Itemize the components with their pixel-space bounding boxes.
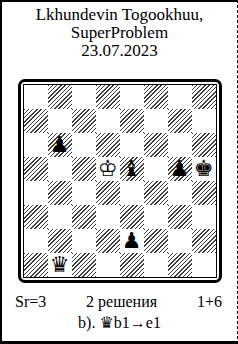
square-h3 — [192, 205, 216, 229]
square-c2 — [72, 229, 96, 253]
square-b4 — [48, 181, 72, 205]
square-g4 — [168, 181, 192, 205]
square-d6 — [96, 133, 120, 157]
square-g2 — [168, 229, 192, 253]
square-b7 — [48, 109, 72, 133]
square-g3 — [168, 205, 192, 229]
square-h1 — [192, 253, 216, 277]
black-pawn: ♟ — [50, 133, 70, 157]
problem-header: Lkhundevin Togookhuu, SuperProblem 23.07… — [36, 6, 204, 60]
board-inner-border: ♟♔♝♟♚♟♛ — [23, 84, 217, 278]
square-d7 — [96, 109, 120, 133]
date-line: 23.07.2023 — [36, 42, 204, 60]
square-e6 — [120, 133, 144, 157]
square-d2 — [96, 229, 120, 253]
square-b8 — [48, 85, 72, 109]
square-d8 — [96, 85, 120, 109]
square-e3 — [120, 205, 144, 229]
stipulation-row: Sr=3 2 решения 1+6 — [2, 292, 237, 311]
square-a1 — [24, 253, 48, 277]
square-a3 — [24, 205, 48, 229]
square-c8 — [72, 85, 96, 109]
square-b3 — [48, 205, 72, 229]
square-c3 — [72, 205, 96, 229]
square-f6 — [144, 133, 168, 157]
square-f1 — [144, 253, 168, 277]
square-c5 — [72, 157, 96, 181]
chess-board: ♟♔♝♟♚♟♛ — [24, 85, 216, 277]
square-c1 — [72, 253, 96, 277]
square-a7 — [24, 109, 48, 133]
square-b2 — [48, 229, 72, 253]
square-d3 — [96, 205, 120, 229]
solutions-count: 2 решения — [86, 292, 157, 311]
black-king: ♚ — [194, 157, 214, 181]
square-d5: ♔ — [96, 157, 120, 181]
square-f4 — [144, 181, 168, 205]
square-e4 — [120, 181, 144, 205]
square-d1 — [96, 253, 120, 277]
problem-card: Lkhundevin Togookhuu, SuperProblem 23.07… — [0, 0, 238, 344]
white-king: ♔ — [98, 157, 118, 181]
square-h6 — [192, 133, 216, 157]
square-f2 — [144, 229, 168, 253]
square-a2 — [24, 229, 48, 253]
twin-condition: b). ♛b1→e1 — [78, 313, 161, 333]
square-c6 — [72, 133, 96, 157]
square-b5 — [48, 157, 72, 181]
author-line: Lkhundevin Togookhuu, — [36, 6, 204, 24]
square-f8 — [144, 85, 168, 109]
material-count: 1+6 — [197, 292, 222, 311]
square-h4 — [192, 181, 216, 205]
square-b6: ♟ — [48, 133, 72, 157]
black-pawn: ♟ — [170, 157, 190, 181]
square-h8 — [192, 85, 216, 109]
square-a4 — [24, 181, 48, 205]
square-d4 — [96, 181, 120, 205]
black-pawn: ♟ — [122, 229, 142, 253]
square-g7 — [168, 109, 192, 133]
square-a8 — [24, 85, 48, 109]
square-b1: ♛ — [48, 253, 72, 277]
square-g1 — [168, 253, 192, 277]
square-c7 — [72, 109, 96, 133]
square-e5: ♝ — [120, 157, 144, 181]
square-e2: ♟ — [120, 229, 144, 253]
square-g6 — [168, 133, 192, 157]
square-f3 — [144, 205, 168, 229]
board-frame: ♟♔♝♟♚♟♛ — [18, 79, 222, 283]
square-h2 — [192, 229, 216, 253]
square-h7 — [192, 109, 216, 133]
square-f7 — [144, 109, 168, 133]
square-f5 — [144, 157, 168, 181]
square-a6 — [24, 133, 48, 157]
square-a5 — [24, 157, 48, 181]
square-e7 — [120, 109, 144, 133]
square-h5: ♚ — [192, 157, 216, 181]
square-e1 — [120, 253, 144, 277]
black-bishop: ♝ — [122, 157, 142, 181]
stipulation: Sr=3 — [15, 292, 46, 311]
source-line: SuperProblem — [36, 24, 204, 42]
square-e8 — [120, 85, 144, 109]
black-queen: ♛ — [50, 253, 70, 277]
square-c4 — [72, 181, 96, 205]
square-g8 — [168, 85, 192, 109]
square-g5: ♟ — [168, 157, 192, 181]
